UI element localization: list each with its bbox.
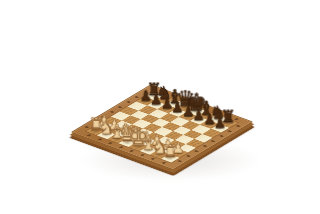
square-h1: ♜	[161, 154, 180, 163]
piece-black-pawn: ♟	[214, 116, 227, 130]
piece-white-rook: ♜	[163, 143, 178, 160]
chess-set-product-photo: ♜♞♝♛♚♝♞♜♟♟♟♟♟♟♟♟♟♟♟♟♟♟♟♟♜♞♝♛♚♝♞♜	[0, 0, 320, 214]
